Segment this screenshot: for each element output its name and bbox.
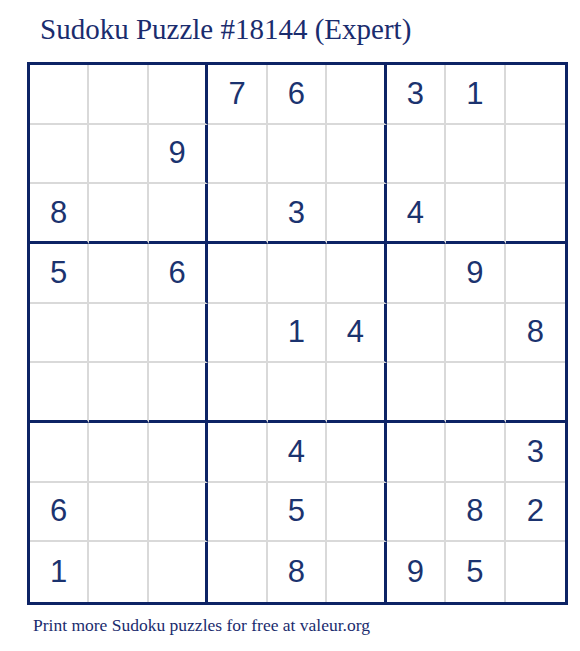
cell-r8c3[interactable]: [149, 483, 208, 543]
sudoku-board: 763198345691484365821895: [27, 62, 568, 605]
page-title: Sudoku Puzzle #18144 (Expert): [40, 13, 580, 46]
cell-r1c7[interactable]: 3: [387, 65, 446, 125]
cell-r7c2[interactable]: [89, 423, 148, 483]
cell-r8c7[interactable]: [387, 483, 446, 543]
cell-r7c5[interactable]: 4: [268, 423, 327, 483]
cell-r9c9[interactable]: [506, 542, 565, 602]
cell-r7c7[interactable]: [387, 423, 446, 483]
cell-r9c4[interactable]: [208, 542, 267, 602]
cell-r3c2[interactable]: [89, 184, 148, 244]
cell-r3c7[interactable]: 4: [387, 184, 446, 244]
cell-r2c4[interactable]: [208, 125, 267, 185]
cell-r5c1[interactable]: [30, 304, 89, 364]
cell-r2c6[interactable]: [327, 125, 386, 185]
cell-r8c5[interactable]: 5: [268, 483, 327, 543]
cell-r4c9[interactable]: [506, 244, 565, 304]
cell-r6c4[interactable]: [208, 363, 267, 423]
cell-r9c3[interactable]: [149, 542, 208, 602]
cell-r4c5[interactable]: [268, 244, 327, 304]
cell-r2c8[interactable]: [446, 125, 505, 185]
cell-r6c1[interactable]: [30, 363, 89, 423]
cell-r9c7[interactable]: 9: [387, 542, 446, 602]
cell-r1c8[interactable]: 1: [446, 65, 505, 125]
cell-r1c6[interactable]: [327, 65, 386, 125]
cell-r6c9[interactable]: [506, 363, 565, 423]
cell-r7c1[interactable]: [30, 423, 89, 483]
cell-r6c8[interactable]: [446, 363, 505, 423]
cell-r7c6[interactable]: [327, 423, 386, 483]
cell-r3c4[interactable]: [208, 184, 267, 244]
cell-r8c4[interactable]: [208, 483, 267, 543]
cell-r5c3[interactable]: [149, 304, 208, 364]
cell-r6c5[interactable]: [268, 363, 327, 423]
cell-r2c2[interactable]: [89, 125, 148, 185]
cell-r6c6[interactable]: [327, 363, 386, 423]
cell-r9c5[interactable]: 8: [268, 542, 327, 602]
footer-text: Print more Sudoku puzzles for free at va…: [33, 615, 370, 636]
cell-r6c2[interactable]: [89, 363, 148, 423]
cell-r5c2[interactable]: [89, 304, 148, 364]
cell-r8c8[interactable]: 8: [446, 483, 505, 543]
cell-r5c9[interactable]: 8: [506, 304, 565, 364]
cell-r9c1[interactable]: 1: [30, 542, 89, 602]
cell-r3c3[interactable]: [149, 184, 208, 244]
cell-r8c1[interactable]: 6: [30, 483, 89, 543]
cell-r2c9[interactable]: [506, 125, 565, 185]
cell-r2c5[interactable]: [268, 125, 327, 185]
cell-r4c3[interactable]: 6: [149, 244, 208, 304]
cell-r5c4[interactable]: [208, 304, 267, 364]
cell-r1c4[interactable]: 7: [208, 65, 267, 125]
cell-r9c6[interactable]: [327, 542, 386, 602]
cell-r3c1[interactable]: 8: [30, 184, 89, 244]
cell-r3c6[interactable]: [327, 184, 386, 244]
cell-r5c6[interactable]: 4: [327, 304, 386, 364]
cell-r1c2[interactable]: [89, 65, 148, 125]
cell-r3c8[interactable]: [446, 184, 505, 244]
cell-r7c3[interactable]: [149, 423, 208, 483]
cell-r4c8[interactable]: 9: [446, 244, 505, 304]
cell-r1c9[interactable]: [506, 65, 565, 125]
cell-r2c1[interactable]: [30, 125, 89, 185]
cell-r3c9[interactable]: [506, 184, 565, 244]
cell-r8c2[interactable]: [89, 483, 148, 543]
cell-r5c7[interactable]: [387, 304, 446, 364]
cell-r7c9[interactable]: 3: [506, 423, 565, 483]
cell-r1c5[interactable]: 6: [268, 65, 327, 125]
cell-r4c1[interactable]: 5: [30, 244, 89, 304]
cell-r9c8[interactable]: 5: [446, 542, 505, 602]
cell-r5c8[interactable]: [446, 304, 505, 364]
cell-r2c7[interactable]: [387, 125, 446, 185]
cell-r4c4[interactable]: [208, 244, 267, 304]
cell-r3c5[interactable]: 3: [268, 184, 327, 244]
cell-r6c7[interactable]: [387, 363, 446, 423]
cell-r8c6[interactable]: [327, 483, 386, 543]
cell-r1c3[interactable]: [149, 65, 208, 125]
cell-r4c2[interactable]: [89, 244, 148, 304]
cell-r8c9[interactable]: 2: [506, 483, 565, 543]
cell-r9c2[interactable]: [89, 542, 148, 602]
cell-r7c8[interactable]: [446, 423, 505, 483]
cell-r4c6[interactable]: [327, 244, 386, 304]
cell-r5c5[interactable]: 1: [268, 304, 327, 364]
cell-r4c7[interactable]: [387, 244, 446, 304]
cell-r7c4[interactable]: [208, 423, 267, 483]
cell-r1c1[interactable]: [30, 65, 89, 125]
cell-r6c3[interactable]: [149, 363, 208, 423]
cell-r2c3[interactable]: 9: [149, 125, 208, 185]
